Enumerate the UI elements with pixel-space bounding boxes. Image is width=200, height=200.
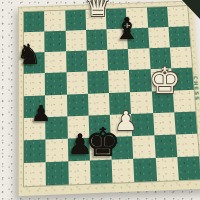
piece-black-king-d2[interactable]: ♚: [85, 122, 121, 162]
square-g7[interactable]: [148, 27, 170, 48]
square-d7[interactable]: [86, 29, 107, 50]
square-d6[interactable]: [86, 50, 108, 72]
piece-black-knight-a6[interactable]: ♞: [16, 41, 41, 69]
square-d5[interactable]: [87, 71, 109, 93]
square-b7[interactable]: [45, 31, 66, 52]
square-g2[interactable]: [154, 134, 177, 158]
piece-black-pawn-b4[interactable]: ♟: [31, 103, 51, 125]
piece-black-bishop-e7[interactable]: ♝: [114, 14, 141, 44]
square-c5[interactable]: [66, 72, 88, 94]
square-a5[interactable]: [24, 73, 45, 95]
square-f1[interactable]: [133, 158, 156, 182]
square-h2[interactable]: [176, 133, 199, 157]
square-e5[interactable]: [108, 70, 130, 92]
square-c8[interactable]: [65, 10, 86, 31]
square-c7[interactable]: [65, 30, 86, 51]
maker-ornament-icon: ✤: [187, 167, 199, 183]
square-d4[interactable]: [88, 93, 110, 116]
square-e6[interactable]: [107, 49, 129, 71]
square-b1[interactable]: [46, 161, 68, 185]
square-a2[interactable]: [24, 139, 46, 163]
square-a1[interactable]: [24, 162, 46, 186]
square-g1[interactable]: [155, 157, 178, 181]
square-c4[interactable]: [66, 93, 88, 116]
photo-scene: CHESS ✤ ♛♝♞♚♟♟♟♚: [0, 0, 200, 200]
square-f6[interactable]: [128, 48, 150, 70]
square-b2[interactable]: [46, 138, 68, 162]
piece-white-queen-d8[interactable]: ♛: [85, 0, 112, 21]
square-g8[interactable]: [146, 7, 168, 28]
piece-white-king-g5[interactable]: ♚: [149, 63, 181, 99]
square-h3[interactable]: [174, 111, 197, 134]
square-f2[interactable]: [132, 135, 155, 159]
square-h8[interactable]: [167, 6, 189, 27]
square-g3[interactable]: [153, 112, 176, 135]
square-h7[interactable]: [168, 26, 190, 47]
square-b8[interactable]: [44, 11, 65, 32]
square-b6[interactable]: [45, 52, 66, 74]
square-a8[interactable]: [24, 11, 45, 32]
square-c6[interactable]: [66, 51, 87, 73]
board-border-text: CHESS: [193, 76, 200, 101]
square-b5[interactable]: [45, 73, 66, 95]
